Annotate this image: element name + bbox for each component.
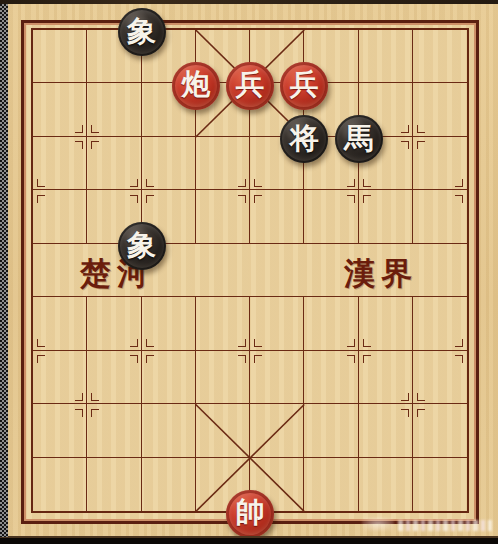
point-marker <box>455 355 463 363</box>
watermark-text <box>398 520 492 531</box>
point-marker <box>75 125 83 133</box>
point-marker <box>401 125 409 133</box>
piece-glyph: 馬 <box>344 124 373 153</box>
point-marker <box>37 355 45 363</box>
piece-glyph: 将 <box>290 124 319 153</box>
board-cell <box>250 244 304 297</box>
watermark-blob <box>362 517 394 531</box>
board-cell <box>33 30 87 83</box>
point-marker <box>75 409 83 417</box>
point-marker <box>130 339 138 347</box>
piece-red-soldier-1[interactable]: 兵 <box>226 62 274 110</box>
point-marker <box>455 195 463 203</box>
piece-red-soldier-2[interactable]: 兵 <box>280 62 328 110</box>
point-marker <box>146 195 154 203</box>
point-marker <box>238 355 246 363</box>
point-marker <box>417 409 425 417</box>
point-marker <box>238 339 246 347</box>
point-marker <box>130 179 138 187</box>
board-cell <box>142 404 196 457</box>
board-cell <box>87 458 141 511</box>
board-cell <box>250 404 304 457</box>
piece-glyph: 象 <box>127 231 156 260</box>
board-cell <box>304 404 358 457</box>
piece-glyph: 兵 <box>290 70 319 99</box>
point-marker <box>91 393 99 401</box>
point-marker <box>401 141 409 149</box>
piece-black-general[interactable]: 将 <box>280 115 328 163</box>
point-marker <box>91 409 99 417</box>
point-marker <box>254 339 262 347</box>
point-marker <box>254 179 262 187</box>
point-marker <box>146 179 154 187</box>
point-marker <box>37 195 45 203</box>
piece-red-cannon[interactable]: 炮 <box>172 62 220 110</box>
board-cell <box>142 458 196 511</box>
board-cell <box>304 458 358 511</box>
point-marker <box>417 393 425 401</box>
river-label-han-jie: 漢界 <box>336 254 426 294</box>
point-marker <box>363 339 371 347</box>
piece-glyph: 帥 <box>236 498 265 527</box>
video-frame-background: 楚河 漢界 象炮兵兵将馬象帥 <box>0 0 498 544</box>
piece-glyph: 炮 <box>181 70 210 99</box>
point-marker <box>417 125 425 133</box>
board-cell <box>359 30 413 83</box>
point-marker <box>363 355 371 363</box>
point-marker <box>417 141 425 149</box>
point-marker <box>37 179 45 187</box>
board-cell <box>33 458 87 511</box>
point-marker <box>254 355 262 363</box>
point-marker <box>75 393 83 401</box>
top-dark-strip <box>0 0 498 4</box>
piece-black-horse[interactable]: 馬 <box>335 115 383 163</box>
point-marker <box>238 195 246 203</box>
piece-black-elephant-1[interactable]: 象 <box>118 8 166 56</box>
point-marker <box>130 355 138 363</box>
point-marker <box>75 141 83 149</box>
point-marker <box>146 355 154 363</box>
point-marker <box>347 179 355 187</box>
point-marker <box>238 179 246 187</box>
board-cell <box>413 458 467 511</box>
point-marker <box>347 339 355 347</box>
board-cell <box>196 404 250 457</box>
point-marker <box>37 339 45 347</box>
point-marker <box>91 125 99 133</box>
bottom-black-bar <box>0 536 498 544</box>
board-cell <box>413 30 467 83</box>
point-marker <box>347 355 355 363</box>
film-strip-edge <box>0 4 8 537</box>
point-marker <box>146 339 154 347</box>
point-marker <box>91 141 99 149</box>
board-cell <box>359 458 413 511</box>
piece-glyph: 象 <box>127 17 156 46</box>
piece-red-general[interactable]: 帥 <box>226 490 274 538</box>
point-marker <box>401 393 409 401</box>
point-marker <box>455 179 463 187</box>
board-cell <box>196 244 250 297</box>
piece-glyph: 兵 <box>236 70 265 99</box>
point-marker <box>455 339 463 347</box>
point-marker <box>347 195 355 203</box>
point-marker <box>130 195 138 203</box>
point-marker <box>254 195 262 203</box>
point-marker <box>401 409 409 417</box>
point-marker <box>363 179 371 187</box>
piece-black-elephant-2[interactable]: 象 <box>118 222 166 270</box>
point-marker <box>363 195 371 203</box>
